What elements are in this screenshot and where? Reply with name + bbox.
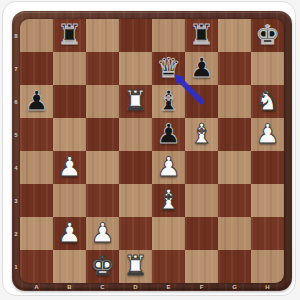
piece-black-queen-e7[interactable]: ♛ [156, 54, 180, 81]
square-d1[interactable]: ♜ [119, 250, 152, 283]
square-e3[interactable]: ♝ [152, 184, 185, 217]
square-d3[interactable] [119, 184, 152, 217]
piece-white-pawn-e4[interactable]: ♟ [156, 153, 180, 180]
square-c1[interactable]: ♚ [86, 250, 119, 283]
square-b5[interactable] [53, 118, 86, 151]
piece-black-pawn-e5[interactable]: ♟ [156, 120, 180, 147]
piece-white-pawn-c2[interactable]: ♟ [90, 219, 114, 246]
chess-board: ♜♜♚♛♟♟♜♝♞♟♝♟♟♟♝♟♟♚♜ 87654321 ABCDEFGH [12, 11, 292, 291]
square-h4[interactable] [251, 151, 284, 184]
square-f8[interactable]: ♜ [185, 19, 218, 52]
square-c6[interactable] [86, 85, 119, 118]
file-label-D: D [119, 283, 152, 291]
square-h7[interactable] [251, 52, 284, 85]
file-label-C: C [86, 283, 119, 291]
square-c8[interactable] [86, 19, 119, 52]
square-h5[interactable]: ♟ [251, 118, 284, 151]
piece-black-bishop-e6[interactable]: ♝ [156, 87, 180, 114]
square-f3[interactable] [185, 184, 218, 217]
square-d6[interactable]: ♜ [119, 85, 152, 118]
square-a3[interactable] [20, 184, 53, 217]
piece-white-rook-d6[interactable]: ♜ [123, 87, 147, 114]
square-g4[interactable] [218, 151, 251, 184]
square-f7[interactable]: ♟ [185, 52, 218, 85]
piece-white-king-c1[interactable]: ♚ [90, 252, 114, 279]
square-f1[interactable] [185, 250, 218, 283]
square-b2[interactable]: ♟ [53, 217, 86, 250]
square-f6[interactable] [185, 85, 218, 118]
piece-white-pawn-b2[interactable]: ♟ [57, 219, 81, 246]
board-card: ♜♜♚♛♟♟♜♝♞♟♝♟♟♟♝♟♟♚♜ 87654321 ABCDEFGH [2, 1, 296, 296]
square-h3[interactable] [251, 184, 284, 217]
square-a4[interactable] [20, 151, 53, 184]
file-label-A: A [20, 283, 53, 291]
square-a7[interactable] [20, 52, 53, 85]
square-c2[interactable]: ♟ [86, 217, 119, 250]
square-h8[interactable]: ♚ [251, 19, 284, 52]
square-a1[interactable] [20, 250, 53, 283]
square-e8[interactable] [152, 19, 185, 52]
square-e4[interactable]: ♟ [152, 151, 185, 184]
square-e1[interactable] [152, 250, 185, 283]
square-g7[interactable] [218, 52, 251, 85]
file-label-G: G [218, 283, 251, 291]
piece-white-bishop-f5[interactable]: ♝ [189, 120, 213, 147]
rank-label-8: 8 [12, 19, 20, 52]
piece-black-rook-b8[interactable]: ♜ [57, 21, 81, 48]
square-d2[interactable] [119, 217, 152, 250]
square-h2[interactable] [251, 217, 284, 250]
square-a5[interactable] [20, 118, 53, 151]
square-e5[interactable]: ♟ [152, 118, 185, 151]
square-c3[interactable] [86, 184, 119, 217]
rank-label-3: 3 [12, 184, 20, 217]
rank-label-7: 7 [12, 52, 20, 85]
piece-white-bishop-e3[interactable]: ♝ [156, 186, 180, 213]
square-g6[interactable] [218, 85, 251, 118]
square-f5[interactable]: ♝ [185, 118, 218, 151]
piece-white-rook-d1[interactable]: ♜ [123, 252, 147, 279]
file-label-F: F [185, 283, 218, 291]
square-a2[interactable] [20, 217, 53, 250]
square-g2[interactable] [218, 217, 251, 250]
square-a6[interactable]: ♟ [20, 85, 53, 118]
rank-label-5: 5 [12, 118, 20, 151]
file-label-H: H [251, 283, 284, 291]
piece-black-pawn-f7[interactable]: ♟ [189, 54, 213, 81]
square-d4[interactable] [119, 151, 152, 184]
piece-black-pawn-a6[interactable]: ♟ [24, 87, 48, 114]
file-label-B: B [53, 283, 86, 291]
square-e2[interactable] [152, 217, 185, 250]
rank-label-2: 2 [12, 217, 20, 250]
file-label-E: E [152, 283, 185, 291]
rank-label-1: 1 [12, 250, 20, 283]
square-g3[interactable] [218, 184, 251, 217]
square-g5[interactable] [218, 118, 251, 151]
page: { "game": "chess", "position": { "fen": … [0, 0, 300, 300]
square-c4[interactable] [86, 151, 119, 184]
square-a8[interactable] [20, 19, 53, 52]
piece-white-pawn-b4[interactable]: ♟ [57, 153, 81, 180]
square-e7[interactable]: ♛ [152, 52, 185, 85]
square-b8[interactable]: ♜ [53, 19, 86, 52]
square-d5[interactable] [119, 118, 152, 151]
board-squares: ♜♜♚♛♟♟♜♝♞♟♝♟♟♟♝♟♟♚♜ [20, 19, 284, 283]
square-h1[interactable] [251, 250, 284, 283]
piece-black-rook-f8[interactable]: ♜ [189, 21, 213, 48]
square-b6[interactable] [53, 85, 86, 118]
square-d8[interactable] [119, 19, 152, 52]
piece-white-pawn-h5[interactable]: ♟ [255, 120, 279, 147]
square-b3[interactable] [53, 184, 86, 217]
piece-black-king-h8[interactable]: ♚ [255, 21, 279, 48]
square-f4[interactable] [185, 151, 218, 184]
rank-label-6: 6 [12, 85, 20, 118]
square-f2[interactable] [185, 217, 218, 250]
square-g1[interactable] [218, 250, 251, 283]
square-b1[interactable] [53, 250, 86, 283]
square-b7[interactable] [53, 52, 86, 85]
square-b4[interactable]: ♟ [53, 151, 86, 184]
square-g8[interactable] [218, 19, 251, 52]
piece-white-knight-h6[interactable]: ♞ [255, 87, 279, 114]
square-h6[interactable]: ♞ [251, 85, 284, 118]
square-c7[interactable] [86, 52, 119, 85]
rank-label-4: 4 [12, 151, 20, 184]
square-e6[interactable]: ♝ [152, 85, 185, 118]
square-d7[interactable] [119, 52, 152, 85]
square-c5[interactable] [86, 118, 119, 151]
